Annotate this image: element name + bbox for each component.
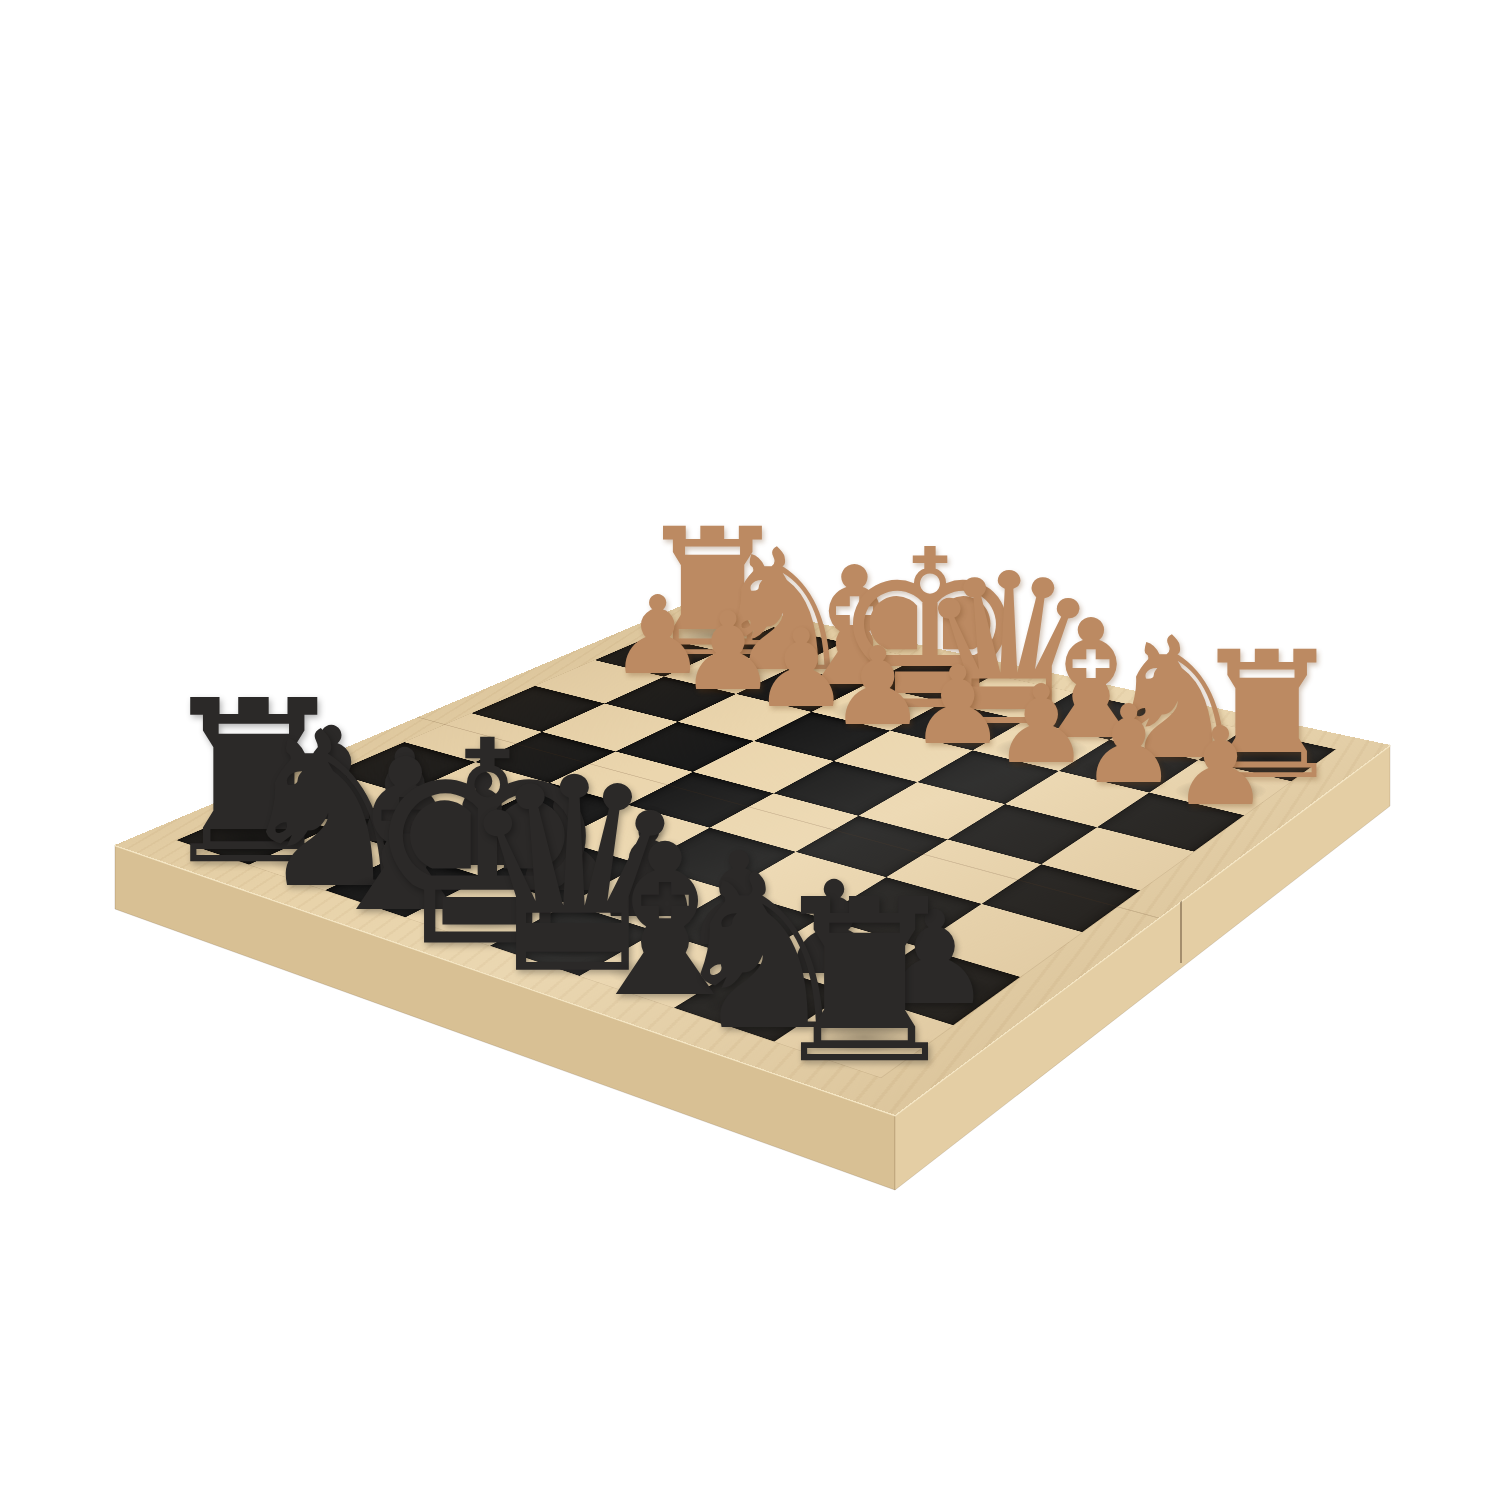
pieces-layer: ♜♞♝♚♛♝♞♜♟♟♟♟♟♟♟♟♟♟♟♟♟♟♟♟♜♞♝♚♛♝♞♜ — [0, 0, 1500, 1500]
piece-white-pawn-b2[interactable]: ♟ — [1080, 691, 1177, 799]
piece-white-pawn-d2[interactable]: ♟ — [909, 651, 1006, 759]
piece-white-pawn-a2[interactable]: ♟ — [1172, 713, 1269, 821]
chess-scene: Standard starting position ♜♞♝♚♛♝♞♜♟♟♟♟♟… — [0, 0, 1500, 1500]
piece-white-pawn-c2[interactable]: ♟ — [993, 671, 1090, 779]
piece-black-rook-a8[interactable]: ♜ — [763, 870, 965, 1095]
